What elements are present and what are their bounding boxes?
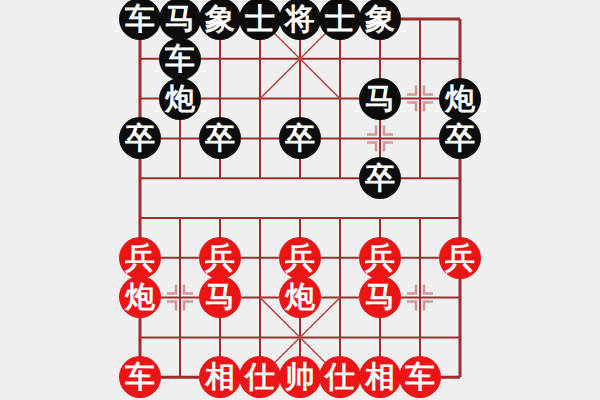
piece-red-cannon[interactable]: 炮	[279, 276, 321, 318]
piece-black-cannon[interactable]: 炮	[159, 78, 201, 120]
piece-red-horse[interactable]: 马	[199, 276, 241, 318]
piece-black-soldier[interactable]: 卒	[279, 117, 321, 159]
piece-black-elephant[interactable]: 象	[359, 0, 401, 40]
piece-black-cannon[interactable]: 炮	[439, 78, 481, 120]
piece-red-chariot[interactable]: 车	[399, 356, 441, 398]
piece-black-chariot[interactable]: 车	[119, 0, 161, 40]
piece-red-advisor[interactable]: 仕	[319, 356, 361, 398]
piece-black-general[interactable]: 将	[279, 0, 321, 40]
piece-red-cannon[interactable]: 炮	[119, 276, 161, 318]
piece-black-soldier[interactable]: 卒	[199, 117, 241, 159]
piece-black-horse[interactable]: 马	[159, 0, 201, 40]
piece-black-advisor[interactable]: 士	[239, 0, 281, 40]
piece-red-elephant[interactable]: 相	[359, 356, 401, 398]
xiangqi-board[interactable]: 车马象士将士象车炮马炮卒卒卒卒卒兵兵兵兵兵炮马炮马车相仕帅仕相车	[120, 0, 480, 397]
piece-black-soldier[interactable]: 卒	[359, 157, 401, 199]
piece-red-soldier[interactable]: 兵	[279, 237, 321, 279]
xiangqi-screen: 车马象士将士象车炮马炮卒卒卒卒卒兵兵兵兵兵炮马炮马车相仕帅仕相车	[0, 0, 600, 400]
piece-red-horse[interactable]: 马	[359, 276, 401, 318]
piece-black-chariot[interactable]: 车	[159, 38, 201, 80]
piece-red-soldier[interactable]: 兵	[359, 237, 401, 279]
piece-red-elephant[interactable]: 相	[199, 356, 241, 398]
piece-red-advisor[interactable]: 仕	[239, 356, 281, 398]
piece-red-soldier[interactable]: 兵	[119, 237, 161, 279]
piece-black-soldier[interactable]: 卒	[119, 117, 161, 159]
piece-red-chariot[interactable]: 车	[119, 356, 161, 398]
piece-red-soldier[interactable]: 兵	[199, 237, 241, 279]
piece-red-general[interactable]: 帅	[279, 356, 321, 398]
piece-black-elephant[interactable]: 象	[199, 0, 241, 40]
piece-black-soldier[interactable]: 卒	[439, 117, 481, 159]
piece-red-soldier[interactable]: 兵	[439, 237, 481, 279]
piece-black-advisor[interactable]: 士	[319, 0, 361, 40]
piece-black-horse[interactable]: 马	[359, 78, 401, 120]
